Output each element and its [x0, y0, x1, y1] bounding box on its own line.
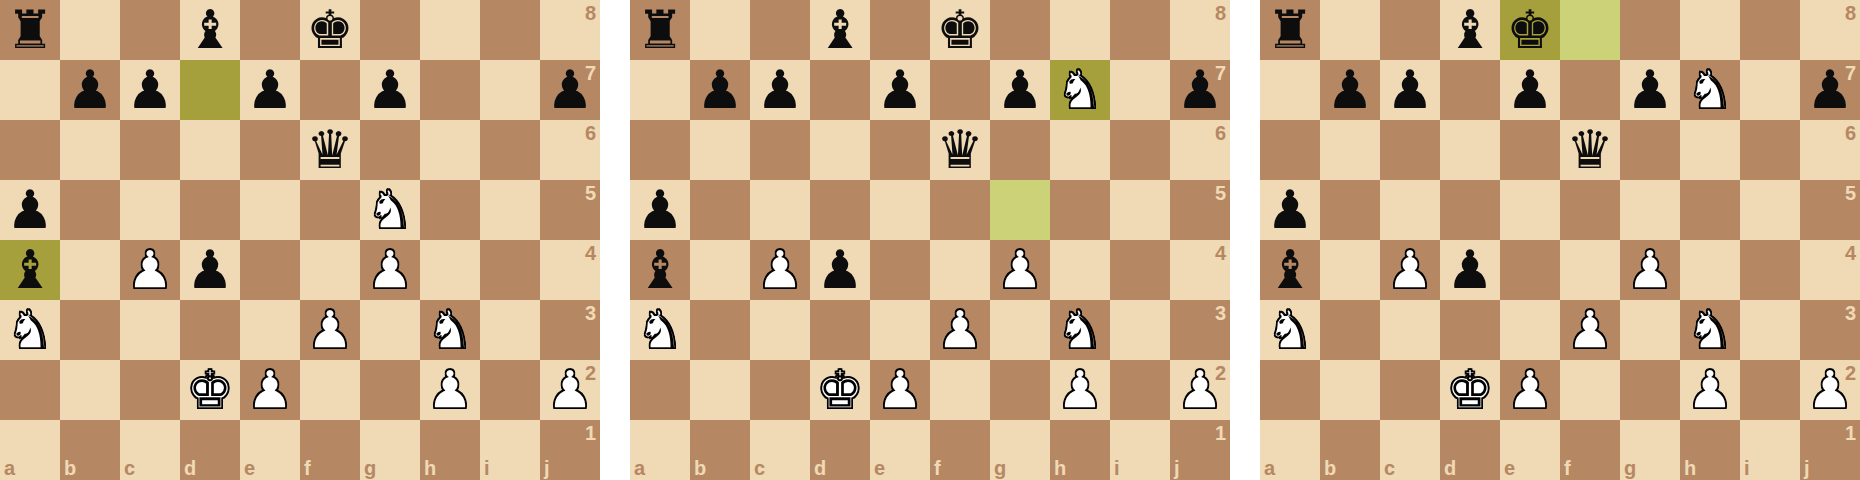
square-i5[interactable] — [1110, 180, 1170, 240]
square-c5[interactable] — [1380, 180, 1440, 240]
square-g7[interactable]: ♟ — [990, 60, 1050, 120]
piece-black-bishop: ♝ — [180, 0, 240, 60]
piece-white-knight: ♞ — [360, 180, 420, 240]
square-i6[interactable] — [1740, 120, 1800, 180]
square-i7[interactable] — [480, 60, 540, 120]
square-e3[interactable] — [1500, 300, 1560, 360]
square-j3[interactable]: 3 — [1800, 300, 1860, 360]
square-c4[interactable]: ♟ — [1380, 240, 1440, 300]
rank-label-4: 4 — [1215, 243, 1226, 263]
piece-black-queen: ♛ — [1560, 120, 1620, 180]
piece-black-pawn: ♟ — [1260, 180, 1320, 240]
square-e1[interactable]: e — [240, 420, 300, 480]
square-i1[interactable]: i — [1110, 420, 1170, 480]
square-b4[interactable] — [690, 240, 750, 300]
square-f4[interactable] — [1560, 240, 1620, 300]
square-h3[interactable]: ♞ — [1680, 300, 1740, 360]
piece-white-knight: ♞ — [1050, 300, 1110, 360]
square-c8[interactable] — [1380, 0, 1440, 60]
square-i1[interactable]: i — [480, 420, 540, 480]
square-e6[interactable] — [240, 120, 300, 180]
square-h5[interactable] — [420, 180, 480, 240]
square-b5[interactable] — [690, 180, 750, 240]
square-e6[interactable] — [1500, 120, 1560, 180]
square-c6[interactable] — [750, 120, 810, 180]
square-f1[interactable]: f — [300, 420, 360, 480]
square-c1[interactable]: c — [1380, 420, 1440, 480]
square-e7[interactable]: ♟ — [240, 60, 300, 120]
square-a1[interactable]: a — [630, 420, 690, 480]
square-g2[interactable] — [360, 360, 420, 420]
square-d5[interactable] — [1440, 180, 1500, 240]
square-j4[interactable]: 4 — [1800, 240, 1860, 300]
square-d6[interactable] — [810, 120, 870, 180]
square-f7[interactable] — [1560, 60, 1620, 120]
square-h8[interactable] — [1050, 0, 1110, 60]
square-a7[interactable] — [0, 60, 60, 120]
piece-black-pawn: ♟ — [990, 60, 1050, 120]
file-label-i: i — [1744, 458, 1750, 478]
square-b3[interactable] — [60, 300, 120, 360]
square-b6[interactable] — [60, 120, 120, 180]
square-f5[interactable] — [300, 180, 360, 240]
square-j7[interactable]: ♟7 — [1170, 60, 1230, 120]
square-e4[interactable] — [1500, 240, 1560, 300]
square-d8[interactable]: ♝ — [810, 0, 870, 60]
square-c3[interactable] — [1380, 300, 1440, 360]
square-a1[interactable]: a — [0, 420, 60, 480]
square-j5[interactable]: 5 — [1170, 180, 1230, 240]
square-g5[interactable] — [990, 180, 1050, 240]
square-a6[interactable] — [1260, 120, 1320, 180]
piece-black-bishop: ♝ — [1260, 240, 1320, 300]
square-j7[interactable]: ♟7 — [1800, 60, 1860, 120]
square-e2[interactable]: ♟ — [240, 360, 300, 420]
square-i6[interactable] — [480, 120, 540, 180]
square-a3[interactable]: ♞ — [0, 300, 60, 360]
square-b3[interactable] — [690, 300, 750, 360]
square-d3[interactable] — [810, 300, 870, 360]
rank-label-6: 6 — [1845, 123, 1856, 143]
square-h6[interactable] — [1050, 120, 1110, 180]
file-label-f: f — [1564, 458, 1571, 478]
square-b1[interactable]: b — [60, 420, 120, 480]
square-b6[interactable] — [1320, 120, 1380, 180]
piece-white-pawn: ♟ — [870, 360, 930, 420]
square-d2[interactable]: ♚ — [1440, 360, 1500, 420]
rank-label-8: 8 — [1215, 3, 1226, 23]
square-c2[interactable] — [1380, 360, 1440, 420]
square-a1[interactable]: a — [1260, 420, 1320, 480]
square-d1[interactable]: d — [1440, 420, 1500, 480]
square-b6[interactable] — [690, 120, 750, 180]
square-i4[interactable] — [1740, 240, 1800, 300]
square-a5[interactable]: ♟ — [630, 180, 690, 240]
square-e4[interactable] — [870, 240, 930, 300]
square-a5[interactable]: ♟ — [1260, 180, 1320, 240]
square-c7[interactable]: ♟ — [750, 60, 810, 120]
square-h1[interactable]: h — [420, 420, 480, 480]
square-d8[interactable]: ♝ — [1440, 0, 1500, 60]
square-e1[interactable]: e — [870, 420, 930, 480]
square-f6[interactable]: ♛ — [300, 120, 360, 180]
square-d3[interactable] — [1440, 300, 1500, 360]
square-a4[interactable]: ♝ — [1260, 240, 1320, 300]
piece-white-knight: ♞ — [1680, 60, 1740, 120]
square-e3[interactable] — [240, 300, 300, 360]
square-a3[interactable]: ♞ — [1260, 300, 1320, 360]
square-f4[interactable] — [930, 240, 990, 300]
file-label-c: c — [754, 458, 765, 478]
square-b4[interactable] — [60, 240, 120, 300]
rank-label-3: 3 — [1215, 303, 1226, 323]
piece-black-pawn: ♟ — [1620, 60, 1680, 120]
square-a6[interactable] — [630, 120, 690, 180]
piece-white-pawn: ♟ — [1800, 360, 1860, 420]
square-e8[interactable] — [870, 0, 930, 60]
square-f7[interactable] — [300, 60, 360, 120]
square-c3[interactable] — [750, 300, 810, 360]
square-h3[interactable]: ♞ — [1050, 300, 1110, 360]
square-e5[interactable] — [240, 180, 300, 240]
square-e8[interactable]: ♚ — [1500, 0, 1560, 60]
square-e5[interactable] — [870, 180, 930, 240]
square-j3[interactable]: 3 — [1170, 300, 1230, 360]
square-j6[interactable]: 6 — [540, 120, 600, 180]
file-label-e: e — [874, 458, 885, 478]
square-h4[interactable] — [420, 240, 480, 300]
square-g5[interactable]: ♞ — [360, 180, 420, 240]
square-g8[interactable] — [360, 0, 420, 60]
square-b8[interactable] — [690, 0, 750, 60]
square-d3[interactable] — [180, 300, 240, 360]
square-f2[interactable] — [1560, 360, 1620, 420]
square-f6[interactable]: ♛ — [1560, 120, 1620, 180]
piece-white-pawn: ♟ — [1050, 360, 1110, 420]
square-j1[interactable]: 1j — [1170, 420, 1230, 480]
square-j7[interactable]: ♟7 — [540, 60, 600, 120]
square-i6[interactable] — [1110, 120, 1170, 180]
square-g2[interactable] — [990, 360, 1050, 420]
file-label-e: e — [244, 458, 255, 478]
square-g4[interactable]: ♟ — [990, 240, 1050, 300]
square-f1[interactable]: f — [930, 420, 990, 480]
square-j2[interactable]: ♟2 — [1800, 360, 1860, 420]
square-i3[interactable] — [1740, 300, 1800, 360]
square-e1[interactable]: e — [1500, 420, 1560, 480]
square-j8[interactable]: 8 — [1170, 0, 1230, 60]
square-d2[interactable]: ♚ — [180, 360, 240, 420]
square-e7[interactable]: ♟ — [1500, 60, 1560, 120]
square-h8[interactable] — [1680, 0, 1740, 60]
square-h5[interactable] — [1050, 180, 1110, 240]
piece-black-pawn: ♟ — [540, 60, 600, 120]
square-c8[interactable] — [750, 0, 810, 60]
square-i4[interactable] — [1110, 240, 1170, 300]
square-e5[interactable] — [1500, 180, 1560, 240]
square-h4[interactable] — [1680, 240, 1740, 300]
square-e4[interactable] — [240, 240, 300, 300]
file-label-j: j — [1804, 458, 1810, 478]
square-i1[interactable]: i — [1740, 420, 1800, 480]
square-f6[interactable]: ♛ — [930, 120, 990, 180]
square-h7[interactable]: ♞ — [1050, 60, 1110, 120]
square-d4[interactable]: ♟ — [180, 240, 240, 300]
square-j4[interactable]: 4 — [540, 240, 600, 300]
square-a7[interactable] — [1260, 60, 1320, 120]
square-a2[interactable] — [0, 360, 60, 420]
square-a3[interactable]: ♞ — [630, 300, 690, 360]
square-g7[interactable]: ♟ — [360, 60, 420, 120]
piece-white-king: ♚ — [810, 360, 870, 420]
rank-label-1: 1 — [1845, 423, 1856, 443]
square-c4[interactable]: ♟ — [120, 240, 180, 300]
square-j3[interactable]: 3 — [540, 300, 600, 360]
square-f3[interactable]: ♟ — [930, 300, 990, 360]
square-b7[interactable]: ♟ — [690, 60, 750, 120]
square-c5[interactable] — [750, 180, 810, 240]
square-j4[interactable]: 4 — [1170, 240, 1230, 300]
square-j5[interactable]: 5 — [1800, 180, 1860, 240]
square-a7[interactable] — [630, 60, 690, 120]
piece-black-pawn: ♟ — [690, 60, 750, 120]
square-g6[interactable] — [1620, 120, 1680, 180]
square-a5[interactable]: ♟ — [0, 180, 60, 240]
piece-black-king: ♚ — [930, 0, 990, 60]
square-c6[interactable] — [120, 120, 180, 180]
square-f5[interactable] — [930, 180, 990, 240]
square-g3[interactable] — [1620, 300, 1680, 360]
rank-label-1: 1 — [1215, 423, 1226, 443]
square-e2[interactable]: ♟ — [1500, 360, 1560, 420]
square-i3[interactable] — [1110, 300, 1170, 360]
file-label-d: d — [1444, 458, 1456, 478]
square-b5[interactable] — [60, 180, 120, 240]
square-b3[interactable] — [1320, 300, 1380, 360]
square-g5[interactable] — [1620, 180, 1680, 240]
file-label-a: a — [4, 458, 15, 478]
square-i4[interactable] — [480, 240, 540, 300]
square-h8[interactable] — [420, 0, 480, 60]
piece-white-pawn: ♟ — [990, 240, 1050, 300]
square-j5[interactable]: 5 — [540, 180, 600, 240]
square-g3[interactable] — [990, 300, 1050, 360]
square-f2[interactable] — [300, 360, 360, 420]
file-label-g: g — [1624, 458, 1636, 478]
file-label-c: c — [124, 458, 135, 478]
square-e2[interactable]: ♟ — [870, 360, 930, 420]
square-f7[interactable] — [930, 60, 990, 120]
square-e3[interactable] — [870, 300, 930, 360]
file-label-b: b — [694, 458, 706, 478]
file-label-d: d — [184, 458, 196, 478]
piece-black-pawn: ♟ — [810, 240, 870, 300]
file-label-h: h — [424, 458, 436, 478]
piece-white-pawn: ♟ — [360, 240, 420, 300]
square-c2[interactable] — [750, 360, 810, 420]
rank-label-4: 4 — [1845, 243, 1856, 263]
square-g1[interactable]: g — [1620, 420, 1680, 480]
square-a2[interactable] — [1260, 360, 1320, 420]
square-i8[interactable] — [1110, 0, 1170, 60]
square-c8[interactable] — [120, 0, 180, 60]
square-j2[interactable]: ♟2 — [540, 360, 600, 420]
square-b8[interactable] — [60, 0, 120, 60]
square-j1[interactable]: 1j — [540, 420, 600, 480]
square-e8[interactable] — [240, 0, 300, 60]
square-j1[interactable]: 1j — [1800, 420, 1860, 480]
square-c4[interactable]: ♟ — [750, 240, 810, 300]
square-e7[interactable]: ♟ — [870, 60, 930, 120]
square-j8[interactable]: 8 — [540, 0, 600, 60]
rank-label-8: 8 — [585, 3, 596, 23]
square-d2[interactable]: ♚ — [810, 360, 870, 420]
square-i2[interactable] — [480, 360, 540, 420]
square-i7[interactable] — [1110, 60, 1170, 120]
square-d1[interactable]: d — [810, 420, 870, 480]
piece-black-queen: ♛ — [300, 120, 360, 180]
square-h6[interactable] — [420, 120, 480, 180]
rank-label-6: 6 — [585, 123, 596, 143]
square-d8[interactable]: ♝ — [180, 0, 240, 60]
square-d4[interactable]: ♟ — [810, 240, 870, 300]
square-c3[interactable] — [120, 300, 180, 360]
square-f8[interactable] — [1560, 0, 1620, 60]
square-h2[interactable]: ♟ — [1680, 360, 1740, 420]
rank-label-5: 5 — [585, 183, 596, 203]
piece-white-knight: ♞ — [1680, 300, 1740, 360]
square-d7[interactable] — [810, 60, 870, 120]
square-g8[interactable] — [990, 0, 1050, 60]
piece-black-pawn: ♟ — [870, 60, 930, 120]
square-c6[interactable] — [1380, 120, 1440, 180]
square-c5[interactable] — [120, 180, 180, 240]
square-a6[interactable] — [0, 120, 60, 180]
file-label-j: j — [544, 458, 550, 478]
square-f1[interactable]: f — [1560, 420, 1620, 480]
square-b7[interactable]: ♟ — [1320, 60, 1380, 120]
piece-white-knight: ♞ — [1260, 300, 1320, 360]
piece-white-knight: ♞ — [420, 300, 480, 360]
square-f2[interactable] — [930, 360, 990, 420]
square-f8[interactable]: ♚ — [300, 0, 360, 60]
square-g6[interactable] — [360, 120, 420, 180]
square-a8[interactable]: ♜ — [0, 0, 60, 60]
square-g7[interactable]: ♟ — [1620, 60, 1680, 120]
square-b2[interactable] — [1320, 360, 1380, 420]
square-h5[interactable] — [1680, 180, 1740, 240]
square-g8[interactable] — [1620, 0, 1680, 60]
piece-black-bishop: ♝ — [1440, 0, 1500, 60]
square-d4[interactable]: ♟ — [1440, 240, 1500, 300]
square-f3[interactable]: ♟ — [300, 300, 360, 360]
square-j8[interactable]: 8 — [1800, 0, 1860, 60]
piece-white-knight: ♞ — [0, 300, 60, 360]
square-a2[interactable] — [630, 360, 690, 420]
square-b2[interactable] — [60, 360, 120, 420]
square-h7[interactable]: ♞ — [1680, 60, 1740, 120]
square-a4[interactable]: ♝ — [630, 240, 690, 300]
square-c2[interactable] — [120, 360, 180, 420]
piece-black-pawn: ♟ — [630, 180, 690, 240]
square-b7[interactable]: ♟ — [60, 60, 120, 120]
piece-white-pawn: ♟ — [1380, 240, 1440, 300]
square-c1[interactable]: c — [120, 420, 180, 480]
square-i8[interactable] — [1740, 0, 1800, 60]
square-a8[interactable]: ♜ — [1260, 0, 1320, 60]
square-i8[interactable] — [480, 0, 540, 60]
square-b4[interactable] — [1320, 240, 1380, 300]
piece-white-pawn: ♟ — [240, 360, 300, 420]
square-g2[interactable] — [1620, 360, 1680, 420]
rank-label-5: 5 — [1215, 183, 1226, 203]
square-h3[interactable]: ♞ — [420, 300, 480, 360]
square-i5[interactable] — [1740, 180, 1800, 240]
square-g3[interactable] — [360, 300, 420, 360]
square-j6[interactable]: 6 — [1800, 120, 1860, 180]
square-a4[interactable]: ♝ — [0, 240, 60, 300]
square-f4[interactable] — [300, 240, 360, 300]
square-i5[interactable] — [480, 180, 540, 240]
rank-label-8: 8 — [1845, 3, 1856, 23]
square-b1[interactable]: b — [1320, 420, 1380, 480]
square-h6[interactable] — [1680, 120, 1740, 180]
square-f8[interactable]: ♚ — [930, 0, 990, 60]
square-j6[interactable]: 6 — [1170, 120, 1230, 180]
piece-black-bishop: ♝ — [810, 0, 870, 60]
square-j2[interactable]: ♟2 — [1170, 360, 1230, 420]
square-b5[interactable] — [1320, 180, 1380, 240]
square-d6[interactable] — [180, 120, 240, 180]
square-g4[interactable]: ♟ — [1620, 240, 1680, 300]
square-h1[interactable]: h — [1050, 420, 1110, 480]
square-d1[interactable]: d — [180, 420, 240, 480]
square-c7[interactable]: ♟ — [120, 60, 180, 120]
square-b1[interactable]: b — [690, 420, 750, 480]
square-h2[interactable]: ♟ — [1050, 360, 1110, 420]
square-c1[interactable]: c — [750, 420, 810, 480]
square-h4[interactable] — [1050, 240, 1110, 300]
square-g1[interactable]: g — [360, 420, 420, 480]
square-i2[interactable] — [1110, 360, 1170, 420]
square-f5[interactable] — [1560, 180, 1620, 240]
piece-black-king: ♚ — [1500, 0, 1560, 60]
square-g1[interactable]: g — [990, 420, 1050, 480]
square-i2[interactable] — [1740, 360, 1800, 420]
square-i3[interactable] — [480, 300, 540, 360]
square-g4[interactable]: ♟ — [360, 240, 420, 300]
square-a8[interactable]: ♜ — [630, 0, 690, 60]
square-d7[interactable] — [1440, 60, 1500, 120]
piece-black-pawn: ♟ — [1170, 60, 1230, 120]
square-g6[interactable] — [990, 120, 1050, 180]
square-h1[interactable]: h — [1680, 420, 1740, 480]
square-h7[interactable] — [420, 60, 480, 120]
square-d5[interactable] — [180, 180, 240, 240]
square-b2[interactable] — [690, 360, 750, 420]
file-label-j: j — [1174, 458, 1180, 478]
square-d5[interactable] — [810, 180, 870, 240]
piece-white-pawn: ♟ — [930, 300, 990, 360]
square-b8[interactable] — [1320, 0, 1380, 60]
square-c7[interactable]: ♟ — [1380, 60, 1440, 120]
square-i7[interactable] — [1740, 60, 1800, 120]
square-f3[interactable]: ♟ — [1560, 300, 1620, 360]
square-e6[interactable] — [870, 120, 930, 180]
square-d6[interactable] — [1440, 120, 1500, 180]
square-d7[interactable] — [180, 60, 240, 120]
square-h2[interactable]: ♟ — [420, 360, 480, 420]
